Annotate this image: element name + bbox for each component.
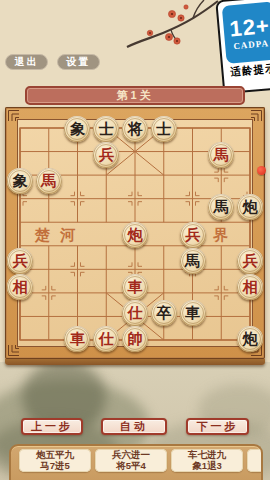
piece-red-cannon[interactable]: 炮 xyxy=(122,222,148,248)
piece-black-chariot[interactable]: 車 xyxy=(180,300,206,326)
move-card-1[interactable]: 炮五平九马7进5 xyxy=(19,449,91,472)
notification-dot[interactable] xyxy=(257,166,266,175)
age-rating-number: 12+ xyxy=(229,14,270,41)
age-rating-org: CADPA xyxy=(233,38,270,51)
piece-red-soldier[interactable]: 兵 xyxy=(180,222,206,248)
board-base xyxy=(5,359,265,365)
red-move-text: 炮五平九 xyxy=(36,450,74,461)
plum-blossom-icon xyxy=(115,0,220,52)
move-card-2[interactable]: 兵六进一将5平4 xyxy=(95,449,167,472)
piece-black-horse[interactable]: 馬 xyxy=(180,248,206,274)
previous-move-button[interactable]: 上一步 xyxy=(21,418,83,435)
piece-red-soldier[interactable]: 兵 xyxy=(93,142,119,168)
piece-red-advisor[interactable]: 仕 xyxy=(122,300,148,326)
red-move-text: 兵六进一 xyxy=(112,450,150,461)
exit-button[interactable]: 退出 xyxy=(5,54,48,70)
piece-red-soldier[interactable]: 兵 xyxy=(7,248,33,274)
age-rating-badge: 12+ CADPA 适龄提示 xyxy=(215,0,270,94)
piece-black-horse[interactable]: 馬 xyxy=(208,194,234,220)
piece-red-soldier[interactable]: 兵 xyxy=(237,248,263,274)
piece-red-horse[interactable]: 馬 xyxy=(36,168,62,194)
move-card-list: 炮五平九马7进5兵六进一将5平4车七进九象1退3 xyxy=(11,446,261,472)
piece-red-general[interactable]: 帥 xyxy=(122,326,148,352)
level-banner: 第1关 xyxy=(25,86,245,105)
black-move-text: 将5平4 xyxy=(116,461,146,472)
piece-red-elephant[interactable]: 相 xyxy=(237,274,263,300)
game-screen: 退出 设置 12+ CADPA 适龄提示 第1关 楚河 漢界 xyxy=(0,0,270,480)
piece-red-elephant[interactable]: 相 xyxy=(7,274,33,300)
piece-black-cannon[interactable]: 炮 xyxy=(237,326,263,352)
black-move-text: 象1退3 xyxy=(192,461,222,472)
age-rating-caption: 适龄提示 xyxy=(223,61,270,80)
settings-button[interactable]: 设置 xyxy=(57,54,100,70)
black-move-text: 马7进5 xyxy=(40,461,70,472)
piece-black-soldier[interactable]: 卒 xyxy=(151,300,177,326)
piece-red-advisor[interactable]: 仕 xyxy=(93,326,119,352)
move-card-3[interactable]: 车七进九象1退3 xyxy=(171,449,243,472)
piece-black-general[interactable]: 将 xyxy=(122,116,148,142)
piece-black-cannon[interactable]: 炮 xyxy=(237,194,263,220)
move-list-panel[interactable]: 炮五平九马7进5兵六进一将5平4车七进九象1退3 xyxy=(9,444,263,480)
red-move-text: 车七进九 xyxy=(188,450,226,461)
age-rating-blue-box: 12+ CADPA xyxy=(222,2,270,64)
piece-red-chariot[interactable]: 車 xyxy=(122,274,148,300)
piece-red-horse[interactable]: 馬 xyxy=(208,142,234,168)
piece-black-advisor[interactable]: 士 xyxy=(93,116,119,142)
piece-black-elephant[interactable]: 象 xyxy=(7,168,33,194)
next-move-button[interactable]: 下一步 xyxy=(186,418,249,435)
piece-layer: 象士将士兵馬象馬馬炮炮兵兵馬兵相車相仕卒車車仕帥炮 xyxy=(6,116,265,352)
piece-black-elephant[interactable]: 象 xyxy=(64,116,90,142)
piece-red-chariot[interactable]: 車 xyxy=(64,326,90,352)
piece-black-advisor[interactable]: 士 xyxy=(151,116,177,142)
auto-play-button[interactable]: 自动 xyxy=(101,418,167,435)
move-card-partial[interactable] xyxy=(247,449,263,472)
